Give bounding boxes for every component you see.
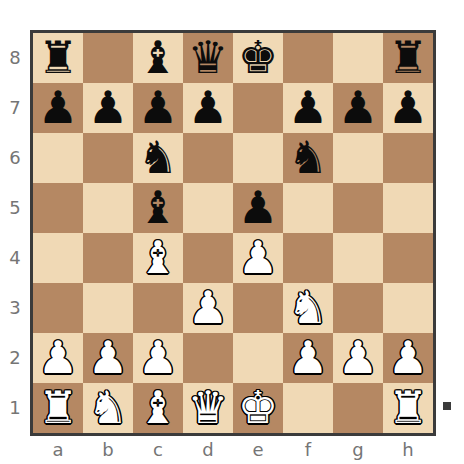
- square-e7[interactable]: [233, 83, 283, 133]
- square-a3[interactable]: [33, 283, 83, 333]
- square-f5[interactable]: [283, 183, 333, 233]
- rank-label-6: 6: [2, 133, 28, 183]
- white-knight[interactable]: ♞: [88, 385, 128, 430]
- white-pawn[interactable]: ♟: [38, 335, 78, 380]
- white-pawn[interactable]: ♟: [88, 335, 128, 380]
- black-pawn[interactable]: ♟: [38, 85, 78, 130]
- square-e6[interactable]: [233, 133, 283, 183]
- square-f6[interactable]: ♞: [283, 133, 333, 183]
- square-g5[interactable]: [333, 183, 383, 233]
- black-rook[interactable]: ♜: [388, 35, 428, 80]
- white-queen[interactable]: ♛: [188, 385, 228, 430]
- square-d6[interactable]: [183, 133, 233, 183]
- file-label-a: a: [33, 437, 83, 463]
- square-f3[interactable]: ♞: [283, 283, 333, 333]
- black-pawn[interactable]: ♟: [188, 85, 228, 130]
- square-h7[interactable]: ♟: [383, 83, 433, 133]
- chess-diagram: ♜♝♛♚♜♟♟♟♟♟♟♟♞♞♝♟♝♟♟♞♟♟♟♟♟♟♜♞♝♛♚♜ 8765432…: [0, 0, 464, 464]
- square-c2[interactable]: ♟: [133, 333, 183, 383]
- square-h8[interactable]: ♜: [383, 33, 433, 83]
- square-a7[interactable]: ♟: [33, 83, 83, 133]
- square-h4[interactable]: [383, 233, 433, 283]
- square-g1[interactable]: [333, 383, 383, 433]
- rank-label-1: 1: [2, 383, 28, 433]
- square-g7[interactable]: ♟: [333, 83, 383, 133]
- square-b6[interactable]: [83, 133, 133, 183]
- square-a4[interactable]: [33, 233, 83, 283]
- square-a2[interactable]: ♟: [33, 333, 83, 383]
- square-d4[interactable]: [183, 233, 233, 283]
- black-rook[interactable]: ♜: [38, 35, 78, 80]
- square-g3[interactable]: [333, 283, 383, 333]
- file-label-c: c: [133, 437, 183, 463]
- square-f1[interactable]: [283, 383, 333, 433]
- square-b1[interactable]: ♞: [83, 383, 133, 433]
- square-h1[interactable]: ♜: [383, 383, 433, 433]
- square-d5[interactable]: [183, 183, 233, 233]
- square-h5[interactable]: [383, 183, 433, 233]
- black-pawn[interactable]: ♟: [388, 85, 428, 130]
- square-f8[interactable]: [283, 33, 333, 83]
- square-e1[interactable]: ♚: [233, 383, 283, 433]
- rank-label-4: 4: [2, 233, 28, 283]
- square-d3[interactable]: ♟: [183, 283, 233, 333]
- white-bishop[interactable]: ♝: [138, 235, 178, 280]
- square-e5[interactable]: ♟: [233, 183, 283, 233]
- white-pawn[interactable]: ♟: [188, 285, 228, 330]
- black-bishop[interactable]: ♝: [138, 185, 178, 230]
- white-pawn[interactable]: ♟: [288, 335, 328, 380]
- black-king[interactable]: ♚: [238, 35, 278, 80]
- rank-label-7: 7: [2, 83, 28, 133]
- white-bishop[interactable]: ♝: [138, 385, 178, 430]
- rank-label-2: 2: [2, 333, 28, 383]
- white-knight[interactable]: ♞: [288, 285, 328, 330]
- file-label-h: h: [383, 437, 433, 463]
- square-g2[interactable]: ♟: [333, 333, 383, 383]
- file-label-d: d: [183, 437, 233, 463]
- square-b7[interactable]: ♟: [83, 83, 133, 133]
- square-e4[interactable]: ♟: [233, 233, 283, 283]
- white-pawn[interactable]: ♟: [338, 335, 378, 380]
- square-h3[interactable]: [383, 283, 433, 333]
- black-pawn[interactable]: ♟: [88, 85, 128, 130]
- square-g8[interactable]: [333, 33, 383, 83]
- square-f2[interactable]: ♟: [283, 333, 333, 383]
- square-h6[interactable]: [383, 133, 433, 183]
- black-knight[interactable]: ♞: [138, 135, 178, 180]
- square-a6[interactable]: [33, 133, 83, 183]
- square-f4[interactable]: [283, 233, 333, 283]
- white-pawn[interactable]: ♟: [138, 335, 178, 380]
- black-queen[interactable]: ♛: [188, 35, 228, 80]
- square-c4[interactable]: ♝: [133, 233, 183, 283]
- square-b8[interactable]: [83, 33, 133, 83]
- side-to-move-marker: [443, 402, 451, 410]
- chess-board: ♜♝♛♚♜♟♟♟♟♟♟♟♞♞♝♟♝♟♟♞♟♟♟♟♟♟♜♞♝♛♚♜: [30, 30, 436, 436]
- square-g6[interactable]: [333, 133, 383, 183]
- square-d8[interactable]: ♛: [183, 33, 233, 83]
- black-pawn[interactable]: ♟: [288, 85, 328, 130]
- square-b4[interactable]: [83, 233, 133, 283]
- square-e8[interactable]: ♚: [233, 33, 283, 83]
- white-rook[interactable]: ♜: [38, 385, 78, 430]
- square-a8[interactable]: ♜: [33, 33, 83, 83]
- black-pawn[interactable]: ♟: [338, 85, 378, 130]
- square-e2[interactable]: [233, 333, 283, 383]
- file-label-e: e: [233, 437, 283, 463]
- square-c5[interactable]: ♝: [133, 183, 183, 233]
- black-bishop[interactable]: ♝: [138, 35, 178, 80]
- square-b5[interactable]: [83, 183, 133, 233]
- white-pawn[interactable]: ♟: [238, 235, 278, 280]
- square-b3[interactable]: [83, 283, 133, 333]
- file-label-f: f: [283, 437, 333, 463]
- square-c8[interactable]: ♝: [133, 33, 183, 83]
- square-f7[interactable]: ♟: [283, 83, 333, 133]
- square-d2[interactable]: [183, 333, 233, 383]
- black-knight[interactable]: ♞: [288, 135, 328, 180]
- square-d7[interactable]: ♟: [183, 83, 233, 133]
- white-pawn[interactable]: ♟: [388, 335, 428, 380]
- square-c6[interactable]: ♞: [133, 133, 183, 183]
- square-a1[interactable]: ♜: [33, 383, 83, 433]
- file-label-g: g: [333, 437, 383, 463]
- square-c3[interactable]: [133, 283, 183, 333]
- square-e3[interactable]: [233, 283, 283, 333]
- square-d1[interactable]: ♛: [183, 383, 233, 433]
- square-b2[interactable]: ♟: [83, 333, 133, 383]
- rank-label-5: 5: [2, 183, 28, 233]
- square-h2[interactable]: ♟: [383, 333, 433, 383]
- square-g4[interactable]: [333, 233, 383, 283]
- square-c7[interactable]: ♟: [133, 83, 183, 133]
- square-c1[interactable]: ♝: [133, 383, 183, 433]
- square-a5[interactable]: [33, 183, 83, 233]
- file-label-b: b: [83, 437, 133, 463]
- rank-label-8: 8: [2, 33, 28, 83]
- black-pawn[interactable]: ♟: [238, 185, 278, 230]
- rank-label-3: 3: [2, 283, 28, 333]
- black-pawn[interactable]: ♟: [138, 85, 178, 130]
- white-king[interactable]: ♚: [238, 385, 278, 430]
- white-rook[interactable]: ♜: [388, 385, 428, 430]
